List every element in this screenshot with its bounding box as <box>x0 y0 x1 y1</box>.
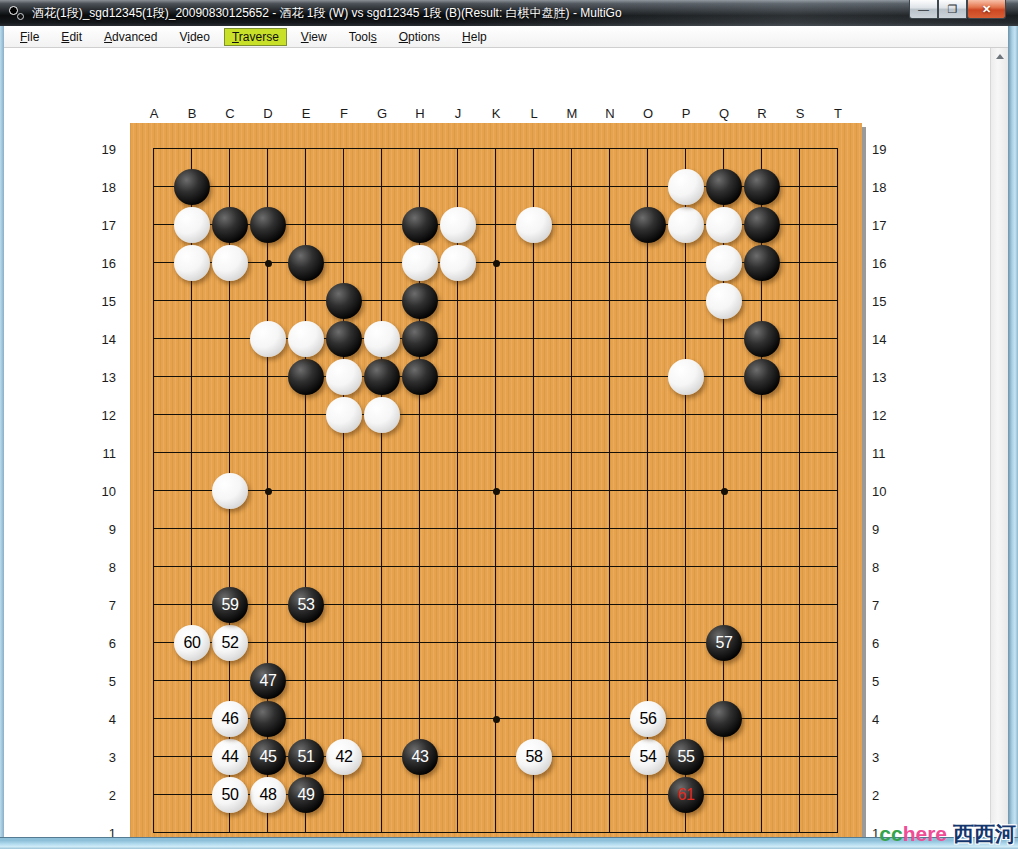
move-number: 42 <box>336 749 353 765</box>
row-labels-left: 19181716151413121110987654321 <box>88 130 120 849</box>
white-stone-B16[interactable] <box>174 245 210 281</box>
coord-label: 8 <box>88 548 120 586</box>
coord-label: 19 <box>868 130 900 168</box>
coord-label: K <box>477 104 515 124</box>
white-stone-Q15[interactable] <box>706 283 742 319</box>
column-labels-top: ABCDEFGHJKLMNOPQRST <box>135 104 857 124</box>
menu-item-advanced[interactable]: Advanced <box>96 28 165 46</box>
coord-label: 11 <box>868 434 900 472</box>
coord-label: C <box>211 104 249 124</box>
black-stone-R18[interactable] <box>744 169 780 205</box>
coord-label: T <box>819 104 857 124</box>
move-number: 47 <box>260 673 277 689</box>
white-stone-G12[interactable] <box>364 397 400 433</box>
white-stone-C3[interactable]: 44 <box>212 739 248 775</box>
coord-label: H <box>401 104 439 124</box>
black-stone-E13[interactable] <box>288 359 324 395</box>
white-stone-P18[interactable] <box>668 169 704 205</box>
move-number: 53 <box>298 597 315 613</box>
black-stone-F15[interactable] <box>326 283 362 319</box>
white-stone-B6[interactable]: 60 <box>174 625 210 661</box>
move-number: 57 <box>716 635 733 651</box>
move-number: 51 <box>298 749 315 765</box>
white-stone-B17[interactable] <box>174 207 210 243</box>
black-stone-E2[interactable]: 49 <box>288 777 324 813</box>
white-stone-L3[interactable]: 58 <box>516 739 552 775</box>
coord-label: 15 <box>868 282 900 320</box>
move-number: 55 <box>678 749 695 765</box>
coord-label: 18 <box>88 168 120 206</box>
menu-bar: FileEditAdvancedVideoTraverseViewToolsOp… <box>4 26 1008 48</box>
coord-label: 8 <box>868 548 900 586</box>
coord-label: M <box>553 104 591 124</box>
coord-label: B <box>173 104 211 124</box>
white-stone-F12[interactable] <box>326 397 362 433</box>
coord-label: 5 <box>868 662 900 700</box>
white-stone-C16[interactable] <box>212 245 248 281</box>
move-number: 58 <box>526 749 543 765</box>
board-canvas: ABCDEFGHJKLMNOPQRST ABCDEFGHJKLMNOPQRST … <box>4 48 990 837</box>
menu-item-options[interactable]: Options <box>391 28 448 46</box>
white-stone-F13[interactable] <box>326 359 362 395</box>
vertical-scrollbar[interactable] <box>990 48 1008 837</box>
coord-label: 18 <box>868 168 900 206</box>
move-number: 60 <box>184 635 201 651</box>
coord-label: D <box>249 104 287 124</box>
move-number: 56 <box>640 711 657 727</box>
black-stone-E7[interactable]: 53 <box>288 587 324 623</box>
window-title: 酒花(1段)_sgd12345(1段)_20090830125652 - 酒花 … <box>32 5 622 22</box>
coord-label: L <box>515 104 553 124</box>
white-stone-J16[interactable] <box>440 245 476 281</box>
coord-label: 2 <box>88 776 120 814</box>
coord-label: 7 <box>88 586 120 624</box>
black-stone-B18[interactable] <box>174 169 210 205</box>
coord-label: 5 <box>88 662 120 700</box>
window-border-bottom <box>0 837 1018 849</box>
coord-label: 12 <box>868 396 900 434</box>
menu-item-view[interactable]: View <box>293 28 335 46</box>
coord-label: 16 <box>88 244 120 282</box>
white-stone-Q17[interactable] <box>706 207 742 243</box>
minimize-button[interactable]: — <box>909 0 938 19</box>
coord-label: N <box>591 104 629 124</box>
move-number: 45 <box>260 749 277 765</box>
coord-label: A <box>135 104 173 124</box>
white-stone-D14[interactable] <box>250 321 286 357</box>
white-stone-O4[interactable]: 56 <box>630 701 666 737</box>
stones-layer[interactable]: 4243444546474849505152535455565758596061 <box>135 130 857 849</box>
black-stone-D17[interactable] <box>250 207 286 243</box>
app-icon <box>8 5 26 21</box>
coord-label: 17 <box>88 206 120 244</box>
black-stone-R17[interactable] <box>744 207 780 243</box>
coord-label: 19 <box>88 130 120 168</box>
coord-label: 4 <box>868 700 900 738</box>
black-stone-D4[interactable] <box>250 701 286 737</box>
white-stone-P17[interactable] <box>668 207 704 243</box>
white-stone-F3[interactable]: 42 <box>326 739 362 775</box>
black-stone-F14[interactable] <box>326 321 362 357</box>
black-stone-H17[interactable] <box>402 207 438 243</box>
coord-label: 7 <box>868 586 900 624</box>
coord-label: J <box>439 104 477 124</box>
move-number: 43 <box>412 749 429 765</box>
coord-label: Q <box>705 104 743 124</box>
move-number: 61 <box>678 787 695 803</box>
white-stone-E14[interactable] <box>288 321 324 357</box>
coord-label: O <box>629 104 667 124</box>
coord-label: 3 <box>868 738 900 776</box>
row-labels-right: 19181716151413121110987654321 <box>868 130 900 849</box>
move-number: 48 <box>260 787 277 803</box>
white-stone-D2[interactable]: 48 <box>250 777 286 813</box>
menu-item-video[interactable]: Video <box>171 28 218 46</box>
coord-label: G <box>363 104 401 124</box>
window-border-left <box>0 26 4 837</box>
white-stone-C6[interactable]: 52 <box>212 625 248 661</box>
coord-label: 14 <box>88 320 120 358</box>
coord-label: 16 <box>868 244 900 282</box>
coord-label: E <box>287 104 325 124</box>
maximize-button[interactable]: ❐ <box>938 0 967 19</box>
black-stone-R13[interactable] <box>744 359 780 395</box>
coord-label: 11 <box>88 434 120 472</box>
black-stone-Q6[interactable]: 57 <box>706 625 742 661</box>
coord-label: 9 <box>88 510 120 548</box>
move-number: 44 <box>222 749 239 765</box>
white-stone-G14[interactable] <box>364 321 400 357</box>
black-stone-R14[interactable] <box>744 321 780 357</box>
coord-label: 15 <box>88 282 120 320</box>
coord-label: 6 <box>868 624 900 662</box>
black-stone-E16[interactable] <box>288 245 324 281</box>
coord-label: 14 <box>868 320 900 358</box>
menu-item-edit[interactable]: Edit <box>53 28 90 46</box>
white-stone-O3[interactable]: 54 <box>630 739 666 775</box>
black-stone-O17[interactable] <box>630 207 666 243</box>
coord-label: 10 <box>868 472 900 510</box>
move-number: 52 <box>222 635 239 651</box>
title-bar[interactable]: 酒花(1段)_sgd12345(1段)_20090830125652 - 酒花 … <box>0 0 1018 26</box>
menu-item-tools[interactable]: Tools <box>341 28 385 46</box>
watermark: cchere西西河 <box>879 820 1016 848</box>
black-stone-P3[interactable]: 55 <box>668 739 704 775</box>
move-number: 50 <box>222 787 239 803</box>
menu-item-traverse[interactable]: Traverse <box>224 28 287 46</box>
white-stone-C4[interactable]: 46 <box>212 701 248 737</box>
coord-label: S <box>781 104 819 124</box>
white-stone-C10[interactable] <box>212 473 248 509</box>
move-number: 49 <box>298 787 315 803</box>
black-stone-G13[interactable] <box>364 359 400 395</box>
coord-label: 13 <box>88 358 120 396</box>
black-stone-P2[interactable]: 61 <box>668 777 704 813</box>
coord-label: 9 <box>868 510 900 548</box>
coord-label: 6 <box>88 624 120 662</box>
coord-label: 17 <box>868 206 900 244</box>
multigo-window: 酒花(1段)_sgd12345(1段)_20090830125652 - 酒花 … <box>0 0 1018 849</box>
white-stone-J17[interactable] <box>440 207 476 243</box>
white-stone-Q16[interactable] <box>706 245 742 281</box>
window-border-right <box>1008 26 1018 837</box>
black-stone-H14[interactable] <box>402 321 438 357</box>
white-stone-C2[interactable]: 50 <box>212 777 248 813</box>
white-stone-P13[interactable] <box>668 359 704 395</box>
black-stone-C17[interactable] <box>212 207 248 243</box>
coord-label: 2 <box>868 776 900 814</box>
menu-item-help[interactable]: Help <box>454 28 495 46</box>
black-stone-H13[interactable] <box>402 359 438 395</box>
coord-label: 12 <box>88 396 120 434</box>
black-stone-R16[interactable] <box>744 245 780 281</box>
coord-label: R <box>743 104 781 124</box>
move-number: 54 <box>640 749 657 765</box>
coord-label: 13 <box>868 358 900 396</box>
coord-label: 4 <box>88 700 120 738</box>
black-stone-C7[interactable]: 59 <box>212 587 248 623</box>
black-stone-D5[interactable]: 47 <box>250 663 286 699</box>
window-controls: — ❐ ✕ <box>909 0 1006 19</box>
white-stone-L17[interactable] <box>516 207 552 243</box>
move-number: 46 <box>222 711 239 727</box>
coord-label: 10 <box>88 472 120 510</box>
white-stone-H16[interactable] <box>402 245 438 281</box>
black-stone-Q18[interactable] <box>706 169 742 205</box>
black-stone-H15[interactable] <box>402 283 438 319</box>
black-stone-Q4[interactable] <box>706 701 742 737</box>
coord-label: F <box>325 104 363 124</box>
move-number: 59 <box>222 597 239 613</box>
close-button[interactable]: ✕ <box>967 0 1006 19</box>
black-stone-D3[interactable]: 45 <box>250 739 286 775</box>
coord-label: 3 <box>88 738 120 776</box>
menu-item-file[interactable]: File <box>12 28 47 46</box>
coord-label: P <box>667 104 705 124</box>
black-stone-E3[interactable]: 51 <box>288 739 324 775</box>
scroll-up-icon[interactable] <box>991 48 1009 65</box>
black-stone-H3[interactable]: 43 <box>402 739 438 775</box>
